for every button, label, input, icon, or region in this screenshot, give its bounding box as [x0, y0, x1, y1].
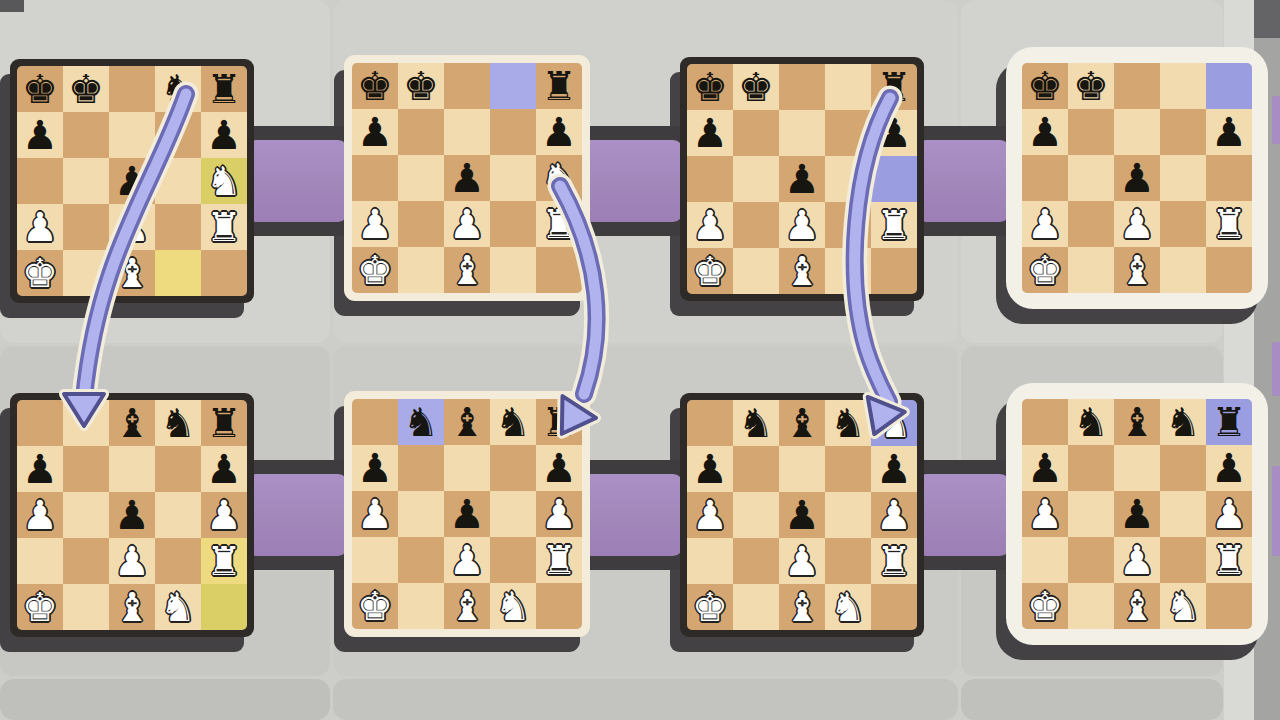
black-pawn[interactable]: ♟ — [687, 110, 733, 156]
square-e4[interactable]: ♟ — [871, 110, 917, 156]
square-c5[interactable] — [779, 64, 825, 110]
square-e3[interactable]: ♟ — [536, 491, 582, 537]
square-a5[interactable]: ♚ — [352, 63, 398, 109]
square-e5[interactable]: ♜ — [1206, 399, 1252, 445]
square-d1[interactable] — [490, 247, 536, 293]
black-king[interactable]: ♚ — [352, 63, 398, 109]
square-d4[interactable] — [155, 446, 201, 492]
square-a4[interactable]: ♟ — [687, 446, 733, 492]
square-a5[interactable] — [352, 399, 398, 445]
square-b1[interactable] — [398, 247, 444, 293]
square-a4[interactable]: ♟ — [687, 110, 733, 156]
square-c4[interactable] — [444, 109, 490, 155]
square-b3[interactable] — [398, 491, 444, 537]
square-b2[interactable] — [398, 537, 444, 583]
square-c1[interactable]: ♝ — [779, 248, 825, 294]
square-c2[interactable]: ♟ — [1114, 201, 1160, 247]
square-e1[interactable] — [536, 247, 582, 293]
square-c4[interactable] — [109, 112, 155, 158]
square-a5[interactable] — [1022, 399, 1068, 445]
white-pawn[interactable]: ♟ — [17, 204, 63, 250]
square-e4[interactable]: ♟ — [1206, 445, 1252, 491]
black-pawn[interactable]: ♟ — [871, 110, 917, 156]
square-c2[interactable]: ♟ — [1114, 537, 1160, 583]
white-bishop[interactable]: ♝ — [444, 247, 490, 293]
square-b5[interactable]: ♞ — [398, 399, 444, 445]
square-b2[interactable] — [63, 538, 109, 584]
square-d4[interactable] — [155, 112, 201, 158]
square-d3[interactable] — [490, 491, 536, 537]
white-pawn[interactable]: ♟ — [871, 492, 917, 538]
square-b2[interactable] — [1068, 537, 1114, 583]
square-e5[interactable]: ♞ — [871, 400, 917, 446]
square-c4[interactable] — [1114, 109, 1160, 155]
square-a2[interactable]: ♟ — [17, 204, 63, 250]
black-knight[interactable]: ♞ — [398, 399, 444, 445]
square-b3[interactable] — [733, 156, 779, 202]
square-a4[interactable]: ♟ — [352, 109, 398, 155]
black-king[interactable]: ♚ — [63, 66, 109, 112]
square-a1[interactable]: ♚ — [17, 250, 63, 296]
square-d2[interactable] — [155, 538, 201, 584]
square-a2[interactable]: ♟ — [352, 201, 398, 247]
white-king[interactable]: ♚ — [687, 584, 733, 630]
square-b4[interactable] — [1068, 109, 1114, 155]
white-king[interactable]: ♚ — [1022, 247, 1068, 293]
square-c5[interactable] — [444, 63, 490, 109]
square-d5[interactable]: ♞ — [825, 400, 871, 446]
white-rook[interactable]: ♜ — [871, 202, 917, 248]
square-b5[interactable] — [63, 400, 109, 446]
square-c2[interactable]: ♟ — [444, 537, 490, 583]
white-knight[interactable]: ♞ — [871, 400, 917, 446]
square-d4[interactable] — [490, 445, 536, 491]
square-c1[interactable]: ♝ — [109, 584, 155, 630]
square-b4[interactable] — [63, 446, 109, 492]
square-b4[interactable] — [733, 446, 779, 492]
square-a1[interactable]: ♚ — [1022, 583, 1068, 629]
square-b1[interactable] — [733, 584, 779, 630]
square-d5[interactable] — [490, 63, 536, 109]
white-pawn[interactable]: ♟ — [1022, 491, 1068, 537]
square-c5[interactable]: ♝ — [1114, 399, 1160, 445]
black-knight[interactable]: ♞ — [733, 400, 779, 446]
square-e1[interactable] — [871, 248, 917, 294]
square-c4[interactable] — [109, 446, 155, 492]
white-pawn[interactable]: ♟ — [1114, 201, 1160, 247]
black-king[interactable]: ♚ — [398, 63, 444, 109]
square-b4[interactable] — [1068, 445, 1114, 491]
square-c4[interactable] — [1114, 445, 1160, 491]
square-a5[interactable] — [17, 400, 63, 446]
square-a3[interactable] — [1022, 155, 1068, 201]
white-pawn[interactable]: ♟ — [352, 201, 398, 247]
black-pawn[interactable]: ♟ — [444, 491, 490, 537]
square-a1[interactable]: ♚ — [352, 247, 398, 293]
square-a1[interactable]: ♚ — [687, 248, 733, 294]
white-rook[interactable]: ♜ — [536, 201, 582, 247]
square-e4[interactable]: ♟ — [536, 445, 582, 491]
square-b4[interactable] — [733, 110, 779, 156]
square-e2[interactable]: ♜ — [201, 538, 247, 584]
square-e4[interactable]: ♟ — [871, 446, 917, 492]
square-a1[interactable]: ♚ — [352, 583, 398, 629]
square-b3[interactable] — [1068, 491, 1114, 537]
black-pawn[interactable]: ♟ — [17, 112, 63, 158]
square-a3[interactable]: ♟ — [352, 491, 398, 537]
square-c5[interactable]: ♝ — [444, 399, 490, 445]
square-e5[interactable]: ♜ — [536, 399, 582, 445]
square-c2[interactable]: ♟ — [109, 204, 155, 250]
square-a5[interactable]: ♚ — [1022, 63, 1068, 109]
white-pawn[interactable]: ♟ — [1022, 201, 1068, 247]
square-c5[interactable]: ♝ — [109, 400, 155, 446]
square-e2[interactable]: ♜ — [871, 202, 917, 248]
black-pawn[interactable]: ♟ — [201, 112, 247, 158]
black-pawn[interactable]: ♟ — [1206, 109, 1252, 155]
square-e4[interactable]: ♟ — [1206, 109, 1252, 155]
black-rook[interactable]: ♜ — [871, 64, 917, 110]
square-d1[interactable] — [1160, 247, 1206, 293]
square-a4[interactable]: ♟ — [1022, 445, 1068, 491]
square-d4[interactable] — [825, 110, 871, 156]
black-pawn[interactable]: ♟ — [1114, 491, 1160, 537]
square-d1[interactable]: ♞ — [1160, 583, 1206, 629]
black-knight[interactable]: ♞ — [155, 66, 201, 112]
square-b3[interactable] — [1068, 155, 1114, 201]
square-d5[interactable]: ♞ — [155, 66, 201, 112]
square-b2[interactable] — [733, 202, 779, 248]
square-b5[interactable]: ♞ — [1068, 399, 1114, 445]
square-d4[interactable] — [1160, 109, 1206, 155]
square-c1[interactable]: ♝ — [444, 583, 490, 629]
square-c3[interactable]: ♟ — [109, 492, 155, 538]
black-pawn[interactable]: ♟ — [687, 446, 733, 492]
white-king[interactable]: ♚ — [17, 250, 63, 296]
square-b2[interactable] — [398, 201, 444, 247]
square-a2[interactable]: ♟ — [1022, 201, 1068, 247]
square-d2[interactable] — [825, 538, 871, 584]
black-pawn[interactable]: ♟ — [1022, 109, 1068, 155]
white-king[interactable]: ♚ — [352, 583, 398, 629]
square-a5[interactable]: ♚ — [687, 64, 733, 110]
square-a1[interactable]: ♚ — [17, 584, 63, 630]
white-pawn[interactable]: ♟ — [687, 202, 733, 248]
square-c3[interactable]: ♟ — [779, 492, 825, 538]
square-a2[interactable] — [17, 538, 63, 584]
square-c3[interactable]: ♟ — [444, 155, 490, 201]
white-pawn[interactable]: ♟ — [109, 204, 155, 250]
black-king[interactable]: ♚ — [733, 64, 779, 110]
black-knight[interactable]: ♞ — [1160, 399, 1206, 445]
white-pawn[interactable]: ♟ — [109, 538, 155, 584]
white-bishop[interactable]: ♝ — [109, 250, 155, 296]
square-e1[interactable] — [1206, 247, 1252, 293]
black-bishop[interactable]: ♝ — [779, 400, 825, 446]
black-knight[interactable]: ♞ — [490, 399, 536, 445]
square-b3[interactable] — [733, 492, 779, 538]
square-d2[interactable] — [490, 201, 536, 247]
black-knight[interactable]: ♞ — [155, 400, 201, 446]
black-pawn[interactable]: ♟ — [779, 156, 825, 202]
square-a3[interactable] — [17, 158, 63, 204]
white-knight[interactable]: ♞ — [201, 158, 247, 204]
white-bishop[interactable]: ♝ — [779, 248, 825, 294]
black-pawn[interactable]: ♟ — [444, 155, 490, 201]
square-a5[interactable] — [687, 400, 733, 446]
white-king[interactable]: ♚ — [1022, 583, 1068, 629]
black-pawn[interactable]: ♟ — [536, 109, 582, 155]
black-king[interactable]: ♚ — [687, 64, 733, 110]
square-b3[interactable] — [63, 158, 109, 204]
black-pawn[interactable]: ♟ — [1114, 155, 1160, 201]
black-pawn[interactable]: ♟ — [201, 446, 247, 492]
black-bishop[interactable]: ♝ — [109, 400, 155, 446]
square-a2[interactable] — [352, 537, 398, 583]
square-d5[interactable]: ♞ — [490, 399, 536, 445]
black-pawn[interactable]: ♟ — [109, 492, 155, 538]
square-b2[interactable] — [1068, 201, 1114, 247]
square-c5[interactable] — [1114, 63, 1160, 109]
black-pawn[interactable]: ♟ — [1206, 445, 1252, 491]
white-rook[interactable]: ♜ — [1206, 201, 1252, 247]
square-e4[interactable]: ♟ — [201, 446, 247, 492]
square-a1[interactable]: ♚ — [687, 584, 733, 630]
square-b4[interactable] — [63, 112, 109, 158]
square-c1[interactable]: ♝ — [779, 584, 825, 630]
black-rook[interactable]: ♜ — [536, 63, 582, 109]
square-c3[interactable]: ♟ — [109, 158, 155, 204]
black-king[interactable]: ♚ — [17, 66, 63, 112]
square-d5[interactable] — [1160, 63, 1206, 109]
square-c2[interactable]: ♟ — [779, 538, 825, 584]
square-d1[interactable] — [155, 250, 201, 296]
square-e2[interactable]: ♜ — [536, 537, 582, 583]
square-e1[interactable] — [201, 584, 247, 630]
white-knight[interactable]: ♞ — [825, 584, 871, 630]
square-b3[interactable] — [398, 155, 444, 201]
black-pawn[interactable]: ♟ — [536, 445, 582, 491]
square-c4[interactable] — [779, 110, 825, 156]
black-king[interactable]: ♚ — [1022, 63, 1068, 109]
square-c4[interactable] — [779, 446, 825, 492]
square-a3[interactable] — [352, 155, 398, 201]
square-a3[interactable]: ♟ — [1022, 491, 1068, 537]
square-d4[interactable] — [825, 446, 871, 492]
square-b1[interactable] — [63, 250, 109, 296]
square-e5[interactable] — [1206, 63, 1252, 109]
white-pawn[interactable]: ♟ — [352, 491, 398, 537]
white-pawn[interactable]: ♟ — [444, 537, 490, 583]
black-rook[interactable]: ♜ — [536, 399, 582, 445]
black-pawn[interactable]: ♟ — [779, 492, 825, 538]
square-d4[interactable] — [490, 109, 536, 155]
square-c3[interactable]: ♟ — [444, 491, 490, 537]
square-e2[interactable]: ♜ — [201, 204, 247, 250]
square-d2[interactable] — [1160, 201, 1206, 247]
black-pawn[interactable]: ♟ — [17, 446, 63, 492]
white-bishop[interactable]: ♝ — [779, 584, 825, 630]
square-b4[interactable] — [398, 445, 444, 491]
white-knight[interactable]: ♞ — [155, 584, 201, 630]
square-c3[interactable]: ♟ — [1114, 491, 1160, 537]
square-c5[interactable] — [109, 66, 155, 112]
square-b5[interactable]: ♚ — [63, 66, 109, 112]
square-c3[interactable]: ♟ — [1114, 155, 1160, 201]
square-d5[interactable] — [825, 64, 871, 110]
square-b2[interactable] — [733, 538, 779, 584]
white-bishop[interactable]: ♝ — [1114, 247, 1160, 293]
square-b5[interactable]: ♚ — [1068, 63, 1114, 109]
white-pawn[interactable]: ♟ — [1206, 491, 1252, 537]
white-pawn[interactable]: ♟ — [779, 202, 825, 248]
white-king[interactable]: ♚ — [17, 584, 63, 630]
black-rook[interactable]: ♜ — [201, 400, 247, 446]
square-e5[interactable]: ♜ — [201, 400, 247, 446]
square-e3[interactable]: ♟ — [201, 492, 247, 538]
square-a4[interactable]: ♟ — [17, 112, 63, 158]
square-e1[interactable] — [201, 250, 247, 296]
square-e5[interactable]: ♜ — [536, 63, 582, 109]
white-pawn[interactable]: ♟ — [201, 492, 247, 538]
square-c3[interactable]: ♟ — [779, 156, 825, 202]
square-c2[interactable]: ♟ — [109, 538, 155, 584]
square-d5[interactable]: ♞ — [1160, 399, 1206, 445]
square-b5[interactable]: ♚ — [733, 64, 779, 110]
square-e4[interactable]: ♟ — [201, 112, 247, 158]
square-b1[interactable] — [63, 584, 109, 630]
white-knight[interactable]: ♞ — [536, 155, 582, 201]
square-d3[interactable] — [155, 158, 201, 204]
square-d1[interactable]: ♞ — [490, 583, 536, 629]
black-pawn[interactable]: ♟ — [109, 158, 155, 204]
square-b3[interactable] — [63, 492, 109, 538]
white-bishop[interactable]: ♝ — [444, 583, 490, 629]
white-king[interactable]: ♚ — [687, 248, 733, 294]
square-a4[interactable]: ♟ — [17, 446, 63, 492]
square-d3[interactable] — [825, 492, 871, 538]
black-pawn[interactable]: ♟ — [352, 109, 398, 155]
square-e5[interactable]: ♜ — [871, 64, 917, 110]
square-d1[interactable]: ♞ — [825, 584, 871, 630]
white-rook[interactable]: ♜ — [536, 537, 582, 583]
square-b4[interactable] — [398, 109, 444, 155]
white-rook[interactable]: ♜ — [201, 204, 247, 250]
white-bishop[interactable]: ♝ — [109, 584, 155, 630]
square-a4[interactable]: ♟ — [352, 445, 398, 491]
square-e2[interactable]: ♜ — [1206, 537, 1252, 583]
square-d3[interactable] — [155, 492, 201, 538]
square-c1[interactable]: ♝ — [1114, 247, 1160, 293]
square-d3[interactable] — [825, 156, 871, 202]
square-c4[interactable] — [444, 445, 490, 491]
square-a1[interactable]: ♚ — [1022, 247, 1068, 293]
square-d2[interactable] — [1160, 537, 1206, 583]
square-e4[interactable]: ♟ — [536, 109, 582, 155]
black-pawn[interactable]: ♟ — [1022, 445, 1068, 491]
black-bishop[interactable]: ♝ — [1114, 399, 1160, 445]
square-c1[interactable]: ♝ — [109, 250, 155, 296]
white-rook[interactable]: ♜ — [871, 538, 917, 584]
square-a3[interactable]: ♟ — [687, 492, 733, 538]
square-a5[interactable]: ♚ — [17, 66, 63, 112]
white-king[interactable]: ♚ — [352, 247, 398, 293]
black-rook[interactable]: ♜ — [1206, 399, 1252, 445]
square-e2[interactable]: ♜ — [536, 201, 582, 247]
white-rook[interactable]: ♜ — [1206, 537, 1252, 583]
square-d3[interactable] — [1160, 155, 1206, 201]
square-e2[interactable]: ♜ — [871, 538, 917, 584]
square-e3[interactable]: ♟ — [871, 492, 917, 538]
square-b1[interactable] — [1068, 583, 1114, 629]
black-pawn[interactable]: ♟ — [352, 445, 398, 491]
square-e3[interactable]: ♞ — [536, 155, 582, 201]
square-b1[interactable] — [398, 583, 444, 629]
square-d2[interactable] — [825, 202, 871, 248]
square-e3[interactable]: ♞ — [201, 158, 247, 204]
square-c1[interactable]: ♝ — [444, 247, 490, 293]
square-e3[interactable] — [1206, 155, 1252, 201]
square-e3[interactable] — [871, 156, 917, 202]
white-rook[interactable]: ♜ — [201, 538, 247, 584]
square-e1[interactable] — [536, 583, 582, 629]
black-pawn[interactable]: ♟ — [871, 446, 917, 492]
square-d2[interactable] — [155, 204, 201, 250]
square-a3[interactable] — [687, 156, 733, 202]
white-pawn[interactable]: ♟ — [779, 538, 825, 584]
white-pawn[interactable]: ♟ — [687, 492, 733, 538]
square-c2[interactable]: ♟ — [779, 202, 825, 248]
square-e1[interactable] — [1206, 583, 1252, 629]
white-pawn[interactable]: ♟ — [1114, 537, 1160, 583]
square-a2[interactable] — [687, 538, 733, 584]
square-b1[interactable] — [1068, 247, 1114, 293]
square-e1[interactable] — [871, 584, 917, 630]
black-knight[interactable]: ♞ — [825, 400, 871, 446]
square-e3[interactable]: ♟ — [1206, 491, 1252, 537]
square-d2[interactable] — [490, 537, 536, 583]
square-b2[interactable] — [63, 204, 109, 250]
square-c5[interactable]: ♝ — [779, 400, 825, 446]
square-d3[interactable] — [490, 155, 536, 201]
square-a4[interactable]: ♟ — [1022, 109, 1068, 155]
square-b5[interactable]: ♚ — [398, 63, 444, 109]
square-d3[interactable] — [1160, 491, 1206, 537]
square-a3[interactable]: ♟ — [17, 492, 63, 538]
white-knight[interactable]: ♞ — [1160, 583, 1206, 629]
white-pawn[interactable]: ♟ — [444, 201, 490, 247]
square-c1[interactable]: ♝ — [1114, 583, 1160, 629]
white-pawn[interactable]: ♟ — [17, 492, 63, 538]
square-c2[interactable]: ♟ — [444, 201, 490, 247]
square-b5[interactable]: ♞ — [733, 400, 779, 446]
white-pawn[interactable]: ♟ — [536, 491, 582, 537]
square-d1[interactable]: ♞ — [155, 584, 201, 630]
square-d1[interactable] — [825, 248, 871, 294]
square-e2[interactable]: ♜ — [1206, 201, 1252, 247]
white-knight[interactable]: ♞ — [490, 583, 536, 629]
square-d4[interactable] — [1160, 445, 1206, 491]
black-rook[interactable]: ♜ — [201, 66, 247, 112]
square-d5[interactable]: ♞ — [155, 400, 201, 446]
black-bishop[interactable]: ♝ — [444, 399, 490, 445]
black-king[interactable]: ♚ — [1068, 63, 1114, 109]
white-bishop[interactable]: ♝ — [1114, 583, 1160, 629]
square-e5[interactable]: ♜ — [201, 66, 247, 112]
square-a2[interactable]: ♟ — [687, 202, 733, 248]
black-knight[interactable]: ♞ — [1068, 399, 1114, 445]
square-a2[interactable] — [1022, 537, 1068, 583]
